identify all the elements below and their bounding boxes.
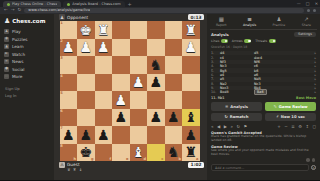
square-c6[interactable]: ♟: [147, 109, 165, 127]
square-c3[interactable]: ♞: [147, 56, 165, 74]
square-d7[interactable]: [130, 126, 148, 144]
report-icon: ▦: [219, 17, 224, 23]
sidebar-item-learn[interactable]: ▲Learn: [3, 43, 51, 49]
nav-icon[interactable]: ↻: [237, 124, 241, 129]
white-pawn[interactable]: ♟: [60, 39, 78, 57]
rank-label: 3: [60, 56, 63, 60]
square-c5[interactable]: [147, 91, 165, 109]
black-pawn[interactable]: ♟: [95, 126, 113, 144]
watch-icon: ►: [4, 52, 9, 57]
sidebar-nav: ♟Play◉Puzzles▲Learn►Watch≡News●Social⋯Mo…: [3, 29, 51, 80]
tab-favicon: [7, 3, 10, 6]
square-e3[interactable]: [112, 56, 130, 74]
bolt-icon: ⚡: [276, 114, 279, 119]
square-d3[interactable]: [130, 56, 148, 74]
square-b8[interactable]: b♞: [165, 144, 183, 162]
comment-input[interactable]: Add a comment...: [211, 164, 309, 171]
square-e5[interactable]: ♟: [112, 91, 130, 109]
social-icon: ●: [4, 67, 9, 72]
black-pawn[interactable]: ♟: [182, 126, 200, 144]
black-knight[interactable]: ♞: [147, 56, 165, 74]
window-control-icon[interactable]: □: [306, 1, 310, 6]
chess-board[interactable]: 1♚♜♜2♟♟♟♟3♞4♟♟5♟6♟♟♟♝7♟♟♟♟8hg♚fed♝cb♞a♜: [60, 21, 200, 161]
square-e1[interactable]: [112, 21, 130, 39]
nav-icon[interactable]: ◀: [217, 124, 220, 129]
black-knight[interactable]: ♞: [165, 144, 183, 162]
notes-section: Queen's Gambit AcceptedBlack has grabbed…: [210, 131, 317, 156]
analysis-button[interactable]: ≡ Analysis: [211, 102, 262, 111]
settings-button[interactable]: Settings: [294, 32, 316, 38]
white-pawn[interactable]: ♟: [112, 91, 130, 109]
square-g7[interactable]: ♟: [77, 126, 95, 144]
square-b1[interactable]: [165, 21, 183, 39]
white-rook[interactable]: ♜: [95, 21, 113, 39]
file-label: h: [73, 157, 76, 161]
white-rook[interactable]: ♜: [182, 21, 200, 39]
window-control-icon[interactable]: —: [297, 1, 301, 6]
black-pawn[interactable]: ♟: [60, 126, 78, 144]
back-icon[interactable]: ←: [4, 8, 8, 13]
square-a4[interactable]: [182, 74, 200, 92]
tool-icon[interactable]: ≡: [291, 124, 295, 129]
black-pawn[interactable]: ♟: [147, 74, 165, 92]
rank-label: 8: [60, 144, 63, 148]
sidebar-item-more[interactable]: ⋯More: [3, 73, 51, 79]
square-g5[interactable]: [77, 91, 95, 109]
bottom-player-avatar[interactable]: ♙: [59, 162, 65, 168]
square-h7[interactable]: 7♟: [60, 126, 78, 144]
square-f6[interactable]: [95, 109, 113, 127]
logo-text: Chess.com: [12, 18, 45, 24]
square-h1[interactable]: 1: [60, 21, 78, 39]
square-h3[interactable]: 3: [60, 56, 78, 74]
black-bishop[interactable]: ♝: [182, 109, 200, 127]
file-label: c: [161, 157, 163, 161]
white-pawn[interactable]: ♟: [130, 74, 148, 92]
square-a5[interactable]: [182, 91, 200, 109]
square-c7[interactable]: [147, 126, 165, 144]
reload-icon[interactable]: ↻: [18, 8, 22, 13]
analysis-panel: ▦Report≡Analysis♟Practice↗Share Analysis…: [207, 14, 320, 181]
square-d2[interactable]: [130, 39, 148, 57]
file-label: e: [126, 157, 128, 161]
white-king[interactable]: ♚: [77, 21, 95, 39]
sidebar-item-watch[interactable]: ►Watch: [3, 51, 51, 57]
square-g2[interactable]: ♟: [77, 39, 95, 57]
nav-icon[interactable]: ▶: [224, 124, 227, 129]
square-f1[interactable]: ♜: [95, 21, 113, 39]
panel-tab-report[interactable]: ▦Report: [216, 17, 227, 27]
tab-favicon: [67, 3, 70, 6]
url-text: www.chess.com/analysis/game/live: [28, 8, 90, 12]
captured-pieces: ♛ ♜ ♝: [67, 167, 83, 172]
suggested-move: 11. Rb1: [211, 96, 225, 100]
top-player-clock: 0:13: [188, 14, 204, 20]
practice-icon: ♟: [276, 17, 281, 23]
square-f5[interactable]: [95, 91, 113, 109]
forward-icon[interactable]: →: [11, 8, 15, 13]
square-h8[interactable]: 8h: [60, 144, 78, 162]
square-g6[interactable]: [77, 109, 95, 127]
profile-icon[interactable]: [313, 9, 316, 12]
tab-title: Analysis Board - Chess.com: [72, 2, 120, 6]
square-f3[interactable]: [95, 56, 113, 74]
toggle-threats[interactable]: Threats: [255, 39, 276, 43]
engine-info: Stockfish 16 · Depth 18: [211, 45, 316, 49]
window-control-icon[interactable]: ✕: [315, 1, 318, 6]
play-icon: ♟: [4, 29, 9, 34]
square-a6[interactable]: ♝: [182, 109, 200, 127]
feedback-icons: [212, 158, 315, 162]
square-c1[interactable]: [147, 21, 165, 39]
address-bar[interactable]: www.chess.com/analysis/game/live: [24, 8, 304, 13]
square-b3[interactable]: [165, 56, 183, 74]
more-icon: ⋯: [4, 74, 9, 79]
square-b5[interactable]: [165, 91, 183, 109]
rematch-button[interactable]: ↻ Rematch: [211, 113, 262, 122]
sidebar-item-puzzles[interactable]: ◉Puzzles: [3, 36, 51, 42]
move-comment-icon[interactable]: ▸: [314, 90, 316, 94]
tool-icon[interactable]: −: [284, 124, 288, 129]
square-a1[interactable]: ♜: [182, 21, 200, 39]
toggle-arrows[interactable]: Arrows: [232, 39, 251, 43]
square-a2[interactable]: ♟: [182, 39, 200, 57]
nav-icon[interactable]: «: [211, 124, 214, 129]
rank-label: 4: [60, 74, 63, 78]
square-e6[interactable]: ♟: [112, 109, 130, 127]
top-player-bar: ♟ Opponent 0:13: [59, 14, 204, 22]
square-g1[interactable]: ♚: [77, 21, 95, 39]
tool-icon[interactable]: ↥: [306, 124, 310, 129]
rank-label: 6: [60, 109, 63, 113]
move-navigation-bar: «◀▶»↻⚑+−≡⚙↥◻: [211, 124, 316, 129]
toggle-lines[interactable]: Lines: [211, 39, 228, 43]
square-c4[interactable]: ♟: [147, 74, 165, 92]
black-pawn[interactable]: ♟: [165, 109, 183, 127]
best-move-badge: Best Move: [296, 96, 316, 100]
square-e8[interactable]: e: [112, 144, 130, 162]
move-row: 10.Bxd8Ba6▸: [211, 90, 316, 94]
square-d6[interactable]: [130, 109, 148, 127]
panel-tab-analysis[interactable]: ≡Analysis: [243, 17, 256, 27]
white-move[interactable]: Bxd8: [220, 90, 254, 94]
comment-placeholder: Add a comment...: [215, 166, 244, 170]
panel-tab-practice[interactable]: ♟Practice: [273, 17, 286, 27]
square-h4[interactable]: 4: [60, 74, 78, 92]
top-player-avatar[interactable]: ♟: [59, 14, 65, 20]
white-bishop[interactable]: ♝: [130, 144, 148, 162]
browser-tabstrip: Play Chess Online - Chess Analysis Board…: [0, 0, 320, 7]
extensions-icon[interactable]: [307, 9, 310, 12]
pencil-icon: ✎: [273, 104, 276, 109]
nav-icon[interactable]: »: [231, 124, 234, 129]
black-pawn[interactable]: ♟: [77, 126, 95, 144]
top-player-name[interactable]: Opponent: [67, 15, 88, 20]
tab-title: Play Chess Online - Chess: [12, 2, 57, 6]
square-f8[interactable]: f: [95, 144, 113, 162]
section-label: Analysis: [211, 32, 229, 37]
tool-icon[interactable]: ⚙: [298, 124, 302, 129]
square-g3[interactable]: [77, 56, 95, 74]
game-review-button[interactable]: ✎ Game Review: [265, 102, 316, 111]
toggle-switch[interactable]: [244, 39, 251, 43]
tool-icon[interactable]: +: [277, 124, 281, 129]
square-b4[interactable]: [165, 74, 183, 92]
comment-row: Add a comment... ➤: [211, 164, 316, 171]
thumbs-down-icon[interactable]: [312, 158, 316, 162]
black-pawn[interactable]: ♟: [147, 109, 165, 127]
square-a8[interactable]: a♜: [182, 144, 200, 162]
square-e7[interactable]: [112, 126, 130, 144]
square-a3[interactable]: [182, 56, 200, 74]
white-pawn[interactable]: ♟: [77, 39, 95, 57]
sidebar-footer-sign-up[interactable]: Sign Up: [5, 86, 51, 91]
note-block: Queen's Gambit AcceptedBlack has grabbed…: [211, 131, 316, 143]
engine-suggestion-row[interactable]: 11. Rb1 Best Move: [211, 96, 316, 100]
square-a7[interactable]: ♟: [182, 126, 200, 144]
bottom-player-clock: 1:02: [188, 162, 204, 168]
black-king[interactable]: ♚: [77, 144, 95, 162]
learn-icon: ▲: [4, 44, 9, 49]
square-g8[interactable]: g♚: [77, 144, 95, 162]
send-comment-icon[interactable]: ➤: [311, 165, 316, 170]
chesscom-logo[interactable]: ♟ Chess.com: [4, 18, 51, 25]
square-f7[interactable]: ♟: [95, 126, 113, 144]
square-d8[interactable]: d♝: [130, 144, 148, 162]
sidebar-item-news[interactable]: ≡News: [3, 58, 51, 64]
rank-label: 5: [60, 91, 63, 95]
news-icon: ≡: [4, 59, 9, 64]
menu-icon: ≡: [225, 104, 228, 109]
square-f2[interactable]: ♟: [95, 39, 113, 57]
note-block: Game ReviewSee where you and your oppone…: [211, 145, 316, 157]
redo-icon: ↻: [224, 114, 227, 119]
toggle-switch[interactable]: [221, 39, 228, 43]
sidebar-item-play[interactable]: ♟Play: [3, 29, 51, 35]
white-pawn[interactable]: ♟: [95, 39, 113, 57]
toggle-row: LinesArrowsThreats: [211, 39, 316, 43]
square-h6[interactable]: 6: [60, 109, 78, 127]
black-move[interactable]: Ba6: [254, 89, 267, 95]
square-f4[interactable]: [95, 74, 113, 92]
square-b7[interactable]: [165, 126, 183, 144]
bottom-player-bar: ♙ Guest ♛ ♜ ♝ 1:02: [59, 162, 204, 173]
black-pawn[interactable]: ♟: [112, 109, 130, 127]
sidebar: ♟ Chess.com ♟Play◉Puzzles▲Learn►Watch≡Ne…: [0, 14, 54, 181]
window-controls[interactable]: —□✕: [297, 0, 318, 7]
rank-label: 1: [60, 21, 63, 25]
panel-section-row: Analysis Settings: [211, 32, 316, 38]
square-d1[interactable]: [130, 21, 148, 39]
analysis-icon: ≡: [247, 17, 252, 23]
tool-icon[interactable]: ◻: [313, 124, 316, 129]
square-b6[interactable]: ♟: [165, 109, 183, 127]
square-c2[interactable]: [147, 39, 165, 57]
square-d5[interactable]: [130, 91, 148, 109]
black-rook[interactable]: ♜: [182, 144, 200, 162]
square-d4[interactable]: ♟: [130, 74, 148, 92]
puzzles-icon: ◉: [4, 37, 9, 42]
screenshot-stage: Play Chess Online - Chess Analysis Board…: [0, 0, 320, 180]
white-pawn[interactable]: ♟: [182, 39, 200, 57]
sidebar-item-social[interactable]: ●Social: [3, 66, 51, 72]
panel-tabs: ▦Report≡Analysis♟Practice↗Share: [210, 16, 317, 30]
square-h5[interactable]: 5: [60, 91, 78, 109]
square-g4[interactable]: [77, 74, 95, 92]
toggle-switch[interactable]: [269, 39, 276, 43]
thumbs-up-icon[interactable]: [306, 158, 310, 162]
panel-tab-share[interactable]: ↗Share: [302, 17, 311, 27]
share-icon: ↗: [304, 17, 309, 23]
sidebar-footer-log-in[interactable]: Log In: [5, 93, 51, 98]
sidebar-footer: Sign UpLog In: [3, 86, 51, 99]
new-game-button[interactable]: ⚡ New 10 sec: [265, 113, 316, 122]
nav-icon[interactable]: ⚑: [244, 124, 248, 129]
square-c8[interactable]: c: [147, 144, 165, 162]
square-b2[interactable]: [165, 39, 183, 57]
file-label: f: [109, 157, 111, 161]
button-row-2: ↻ Rematch ⚡ New 10 sec: [211, 113, 316, 122]
square-h2[interactable]: 2♟: [60, 39, 78, 57]
move-list: 1.d4d5▸2.c4dxc4▸3.Nf3Nf6▸4.Nc3c6▸5.Bg5b6…: [211, 51, 316, 94]
button-row-1: ≡ Analysis ✎ Game Review: [211, 102, 316, 111]
logo-pawn-icon: ♟: [4, 18, 10, 25]
square-e4[interactable]: [112, 74, 130, 92]
square-e2[interactable]: [112, 39, 130, 57]
